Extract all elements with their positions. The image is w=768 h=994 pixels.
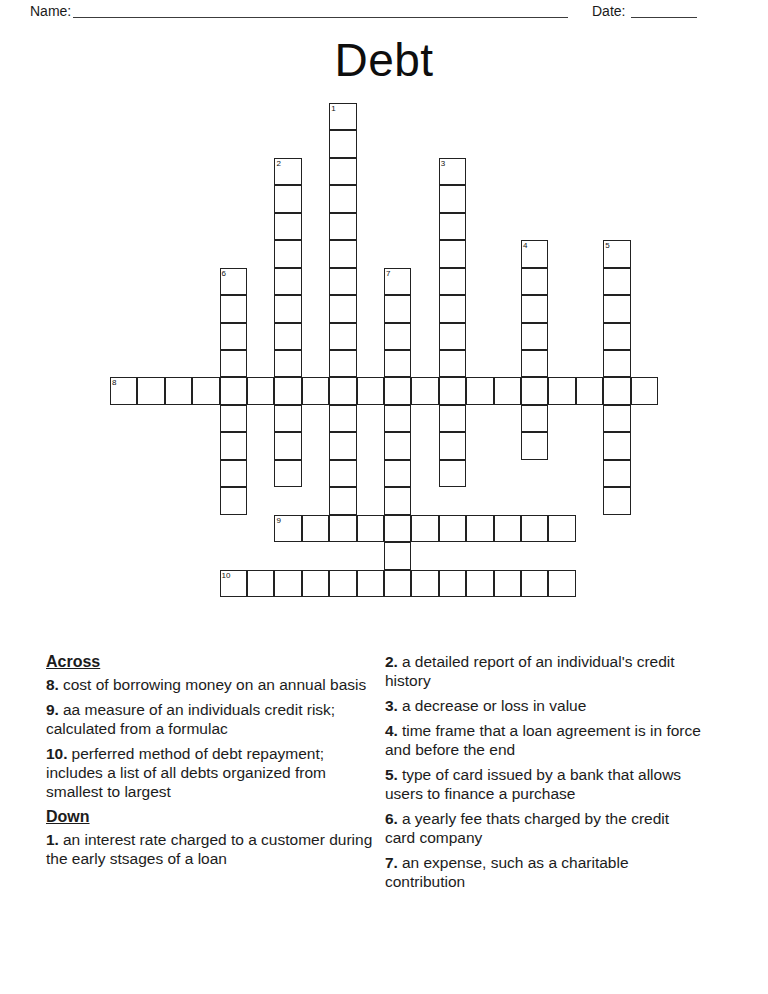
grid-void (302, 158, 329, 185)
grid-cell[interactable] (274, 570, 301, 597)
grid-void (357, 213, 384, 240)
grid-void (192, 570, 219, 597)
grid-void (247, 323, 274, 350)
grid-cell[interactable] (220, 432, 247, 459)
grid-void (548, 295, 575, 322)
grid-void (192, 350, 219, 377)
grid-cell[interactable] (329, 185, 356, 212)
grid-void (110, 185, 137, 212)
grid-cell[interactable] (411, 515, 438, 542)
grid-void (494, 185, 521, 212)
grid-void (302, 405, 329, 432)
grid-cell[interactable] (603, 432, 630, 459)
clue-across-9: 9.aa measure of an individuals credit ri… (46, 700, 382, 738)
clue-text: cost of borrowing money on an annual bas… (63, 676, 366, 693)
grid-cell[interactable] (521, 515, 548, 542)
grid-void (192, 103, 219, 130)
grid-cell[interactable] (274, 460, 301, 487)
grid-cell[interactable] (384, 542, 411, 569)
grid-cell[interactable] (384, 515, 411, 542)
grid-void (220, 213, 247, 240)
grid-void (192, 542, 219, 569)
grid-cell[interactable] (274, 350, 301, 377)
grid-void (247, 103, 274, 130)
cell-number: 8 (112, 378, 116, 387)
grid-void (466, 268, 493, 295)
grid-void (548, 103, 575, 130)
grid-cell[interactable] (329, 432, 356, 459)
grid-void (110, 158, 137, 185)
grid-cell[interactable] (439, 213, 466, 240)
grid-void (576, 350, 603, 377)
grid-cell[interactable]: 1 (329, 103, 356, 130)
grid-void (466, 405, 493, 432)
clue-text: time frame that a loan agreement is in f… (385, 722, 701, 758)
grid-void (165, 460, 192, 487)
grid-void (548, 213, 575, 240)
grid-void (411, 405, 438, 432)
grid-cell[interactable] (220, 295, 247, 322)
grid-cell[interactable] (384, 323, 411, 350)
grid-cell[interactable] (439, 268, 466, 295)
grid-void (192, 432, 219, 459)
grid-void (247, 460, 274, 487)
grid-void (411, 185, 438, 212)
grid-cell[interactable] (384, 432, 411, 459)
grid-cell[interactable] (247, 377, 274, 404)
clue-text: a yearly fee thats charged by the credit… (385, 810, 669, 846)
grid-cell[interactable] (329, 213, 356, 240)
grid-void (110, 268, 137, 295)
grid-void (439, 542, 466, 569)
grid-void (466, 158, 493, 185)
grid-void (548, 323, 575, 350)
grid-void (110, 323, 137, 350)
grid-void (110, 240, 137, 267)
grid-cell[interactable] (521, 377, 548, 404)
grid-cell[interactable] (274, 268, 301, 295)
grid-void (137, 432, 164, 459)
grid-cell[interactable] (384, 350, 411, 377)
grid-void (274, 487, 301, 514)
grid-void (110, 460, 137, 487)
grid-void (548, 460, 575, 487)
grid-void (521, 103, 548, 130)
grid-cell[interactable] (603, 487, 630, 514)
grid-cell[interactable] (274, 323, 301, 350)
clue-down-3: 3.a decrease or loss in value (385, 696, 703, 715)
cell-number: 2 (276, 159, 280, 168)
grid-void (165, 103, 192, 130)
clue-number: 2. (385, 653, 398, 670)
grid-void (603, 158, 630, 185)
grid-cell[interactable] (631, 377, 658, 404)
grid-void (247, 268, 274, 295)
grid-cell[interactable]: 6 (220, 268, 247, 295)
grid-cell[interactable] (329, 570, 356, 597)
grid-void (548, 240, 575, 267)
grid-void (439, 103, 466, 130)
grid-void (110, 432, 137, 459)
grid-cell[interactable] (521, 323, 548, 350)
grid-void (165, 542, 192, 569)
grid-void (466, 103, 493, 130)
grid-void (384, 213, 411, 240)
cell-number: 10 (222, 571, 231, 580)
grid-void (165, 130, 192, 157)
grid-cell[interactable] (603, 323, 630, 350)
grid-cell[interactable] (439, 460, 466, 487)
grid-void (192, 487, 219, 514)
grid-cell[interactable] (274, 377, 301, 404)
grid-cell[interactable] (548, 377, 575, 404)
clue-down-4: 4.time frame that a loan agreement is in… (385, 721, 703, 759)
grid-cell[interactable] (521, 432, 548, 459)
grid-cell[interactable] (548, 570, 575, 597)
clue-down-5: 5.type of card issued by a bank that all… (385, 765, 703, 803)
grid-cell[interactable] (466, 377, 493, 404)
grid-void (357, 487, 384, 514)
grid-cell[interactable]: 5 (603, 240, 630, 267)
clue-text: an interest rate charged to a customer d… (46, 831, 372, 867)
clue-number: 7. (385, 854, 398, 871)
grid-void (631, 185, 658, 212)
grid-cell[interactable] (329, 350, 356, 377)
grid-cell[interactable] (603, 268, 630, 295)
clue-number: 3. (385, 697, 398, 714)
grid-void (192, 130, 219, 157)
grid-void (494, 350, 521, 377)
grid-cell[interactable] (548, 515, 575, 542)
grid-cell[interactable] (411, 377, 438, 404)
grid-cell[interactable] (329, 295, 356, 322)
grid-void (357, 460, 384, 487)
grid-cell[interactable] (439, 432, 466, 459)
grid-cell[interactable] (329, 377, 356, 404)
grid-void (576, 515, 603, 542)
grid-void (466, 460, 493, 487)
grid-cell[interactable] (274, 213, 301, 240)
grid-cell[interactable] (439, 240, 466, 267)
grid-cell[interactable] (603, 377, 630, 404)
grid-void (110, 570, 137, 597)
grid-void (192, 405, 219, 432)
grid-void (411, 158, 438, 185)
grid-cell[interactable]: 7 (384, 268, 411, 295)
grid-cell[interactable] (466, 570, 493, 597)
grid-cell[interactable] (576, 377, 603, 404)
grid-void (192, 295, 219, 322)
grid-cell[interactable] (274, 295, 301, 322)
grid-void (411, 350, 438, 377)
grid-void (576, 295, 603, 322)
grid-void (411, 460, 438, 487)
grid-cell[interactable] (494, 377, 521, 404)
grid-void (357, 158, 384, 185)
grid-void (631, 158, 658, 185)
grid-cell[interactable] (274, 405, 301, 432)
grid-void (302, 185, 329, 212)
grid-cell[interactable] (384, 295, 411, 322)
grid-void (302, 295, 329, 322)
grid-cell[interactable]: 8 (110, 377, 137, 404)
grid-void (576, 460, 603, 487)
grid-cell[interactable] (357, 515, 384, 542)
grid-cell[interactable] (439, 350, 466, 377)
grid-void (110, 515, 137, 542)
grid-void (631, 405, 658, 432)
grid-void (494, 213, 521, 240)
grid-void (576, 130, 603, 157)
grid-void (631, 515, 658, 542)
grid-cell[interactable] (274, 185, 301, 212)
grid-cell[interactable] (439, 323, 466, 350)
grid-void (576, 323, 603, 350)
grid-cell[interactable] (329, 487, 356, 514)
grid-void (494, 323, 521, 350)
clue-number: 6. (385, 810, 398, 827)
grid-cell[interactable] (521, 268, 548, 295)
grid-void (466, 213, 493, 240)
grid-void (357, 542, 384, 569)
grid-cell[interactable] (603, 460, 630, 487)
grid-cell[interactable] (329, 515, 356, 542)
grid-cell[interactable] (165, 377, 192, 404)
grid-cell[interactable] (384, 405, 411, 432)
cell-number: 7 (386, 269, 390, 278)
grid-void (220, 515, 247, 542)
grid-void (494, 432, 521, 459)
grid-cell[interactable] (220, 323, 247, 350)
grid-void (247, 158, 274, 185)
grid-cell[interactable] (302, 515, 329, 542)
grid-cell[interactable] (192, 377, 219, 404)
grid-void (548, 185, 575, 212)
grid-void (220, 542, 247, 569)
grid-cell[interactable]: 9 (274, 515, 301, 542)
grid-void (357, 295, 384, 322)
grid-cell[interactable]: 2 (274, 158, 301, 185)
crossword-grid: 12345678910 (110, 103, 658, 597)
grid-cell[interactable] (439, 515, 466, 542)
grid-void (302, 268, 329, 295)
grid-void (357, 185, 384, 212)
grid-void (110, 542, 137, 569)
grid-void (521, 158, 548, 185)
grid-void (494, 240, 521, 267)
grid-cell[interactable] (220, 377, 247, 404)
grid-void (357, 240, 384, 267)
grid-cell[interactable] (521, 570, 548, 597)
grid-cell[interactable] (384, 570, 411, 597)
grid-void (411, 213, 438, 240)
cell-number: 1 (331, 104, 335, 113)
grid-void (466, 432, 493, 459)
grid-cell[interactable] (329, 323, 356, 350)
name-input-line[interactable] (73, 2, 568, 18)
grid-void (137, 542, 164, 569)
clue-text: an expense, such as a charitable contrib… (385, 854, 629, 890)
grid-cell[interactable] (220, 405, 247, 432)
grid-void (302, 432, 329, 459)
grid-void (548, 130, 575, 157)
grid-cell[interactable] (439, 405, 466, 432)
grid-void (357, 130, 384, 157)
grid-void (411, 268, 438, 295)
grid-cell[interactable] (439, 185, 466, 212)
grid-void (384, 185, 411, 212)
grid-cell[interactable] (137, 377, 164, 404)
grid-cell[interactable] (247, 570, 274, 597)
clue-text: perferred method of debt repayment; incl… (46, 745, 326, 800)
grid-void (247, 240, 274, 267)
grid-cell[interactable] (302, 377, 329, 404)
grid-cell[interactable]: 10 (220, 570, 247, 597)
grid-void (220, 185, 247, 212)
grid-cell[interactable]: 4 (521, 240, 548, 267)
grid-cell[interactable] (329, 130, 356, 157)
grid-void (192, 213, 219, 240)
grid-cell[interactable] (274, 432, 301, 459)
clues-left-column: Across 8.cost of borrowing money on an a… (46, 652, 382, 874)
clue-number: 8. (46, 676, 59, 693)
grid-cell[interactable] (329, 268, 356, 295)
grid-void (137, 103, 164, 130)
cell-number: 9 (276, 516, 280, 525)
grid-void (494, 542, 521, 569)
grid-cell[interactable] (439, 295, 466, 322)
grid-void (548, 405, 575, 432)
grid-cell[interactable]: 3 (439, 158, 466, 185)
grid-void (165, 185, 192, 212)
grid-void (384, 240, 411, 267)
grid-cell[interactable] (411, 570, 438, 597)
grid-void (192, 323, 219, 350)
grid-void (576, 268, 603, 295)
grid-cell[interactable] (603, 350, 630, 377)
grid-cell[interactable] (220, 487, 247, 514)
grid-void (521, 460, 548, 487)
grid-cell[interactable] (329, 158, 356, 185)
grid-void (137, 295, 164, 322)
grid-void (302, 130, 329, 157)
grid-void (466, 240, 493, 267)
grid-void (247, 295, 274, 322)
grid-void (548, 542, 575, 569)
grid-void (466, 487, 493, 514)
grid-cell[interactable] (357, 570, 384, 597)
grid-void (192, 460, 219, 487)
grid-void (302, 240, 329, 267)
date-input-line[interactable] (631, 2, 697, 18)
grid-void (192, 268, 219, 295)
grid-cell[interactable] (384, 460, 411, 487)
grid-cell[interactable] (302, 570, 329, 597)
grid-void (137, 158, 164, 185)
grid-cell[interactable] (357, 377, 384, 404)
grid-cell[interactable] (220, 460, 247, 487)
grid-cell[interactable] (494, 515, 521, 542)
grid-void (603, 185, 630, 212)
grid-void (466, 323, 493, 350)
grid-void (302, 542, 329, 569)
grid-void (548, 268, 575, 295)
grid-void (384, 130, 411, 157)
grid-void (274, 542, 301, 569)
grid-void (137, 460, 164, 487)
grid-void (576, 240, 603, 267)
grid-void (329, 542, 356, 569)
grid-void (192, 158, 219, 185)
grid-cell[interactable] (521, 350, 548, 377)
grid-cell[interactable] (329, 460, 356, 487)
grid-cell[interactable] (220, 350, 247, 377)
grid-cell[interactable] (466, 515, 493, 542)
grid-cell[interactable] (329, 240, 356, 267)
grid-cell[interactable] (439, 377, 466, 404)
grid-void (466, 130, 493, 157)
grid-void (302, 213, 329, 240)
clue-number: 1. (46, 831, 59, 848)
grid-void (439, 487, 466, 514)
grid-void (576, 570, 603, 597)
grid-void (165, 350, 192, 377)
grid-void (631, 103, 658, 130)
grid-void (247, 405, 274, 432)
across-heading: Across (46, 652, 382, 671)
grid-cell[interactable] (274, 240, 301, 267)
grid-void (357, 432, 384, 459)
grid-void (357, 350, 384, 377)
clue-down-2: 2.a detailed report of an individual's c… (385, 652, 703, 690)
grid-void (411, 130, 438, 157)
grid-void (110, 295, 137, 322)
grid-cell[interactable] (603, 405, 630, 432)
grid-void (521, 487, 548, 514)
grid-void (247, 130, 274, 157)
grid-void (137, 213, 164, 240)
grid-cell[interactable] (494, 570, 521, 597)
grid-void (247, 213, 274, 240)
grid-void (603, 103, 630, 130)
grid-cell[interactable] (384, 377, 411, 404)
grid-void (631, 460, 658, 487)
grid-void (384, 158, 411, 185)
grid-cell[interactable] (603, 295, 630, 322)
grid-cell[interactable] (521, 295, 548, 322)
grid-void (521, 213, 548, 240)
grid-void (631, 570, 658, 597)
clue-down-7: 7.an expense, such as a charitable contr… (385, 853, 703, 891)
grid-void (576, 213, 603, 240)
grid-cell[interactable] (384, 487, 411, 514)
grid-cell[interactable] (439, 570, 466, 597)
grid-void (631, 350, 658, 377)
grid-void (494, 460, 521, 487)
grid-void (466, 295, 493, 322)
grid-void (494, 103, 521, 130)
grid-void (165, 268, 192, 295)
grid-cell[interactable] (521, 405, 548, 432)
grid-void (220, 240, 247, 267)
grid-void (110, 103, 137, 130)
grid-void (548, 158, 575, 185)
grid-void (411, 487, 438, 514)
grid-void (247, 350, 274, 377)
clue-down-1: 1.an interest rate charged to a customer… (46, 830, 382, 868)
clue-number: 9. (46, 701, 59, 718)
grid-cell[interactable] (329, 405, 356, 432)
